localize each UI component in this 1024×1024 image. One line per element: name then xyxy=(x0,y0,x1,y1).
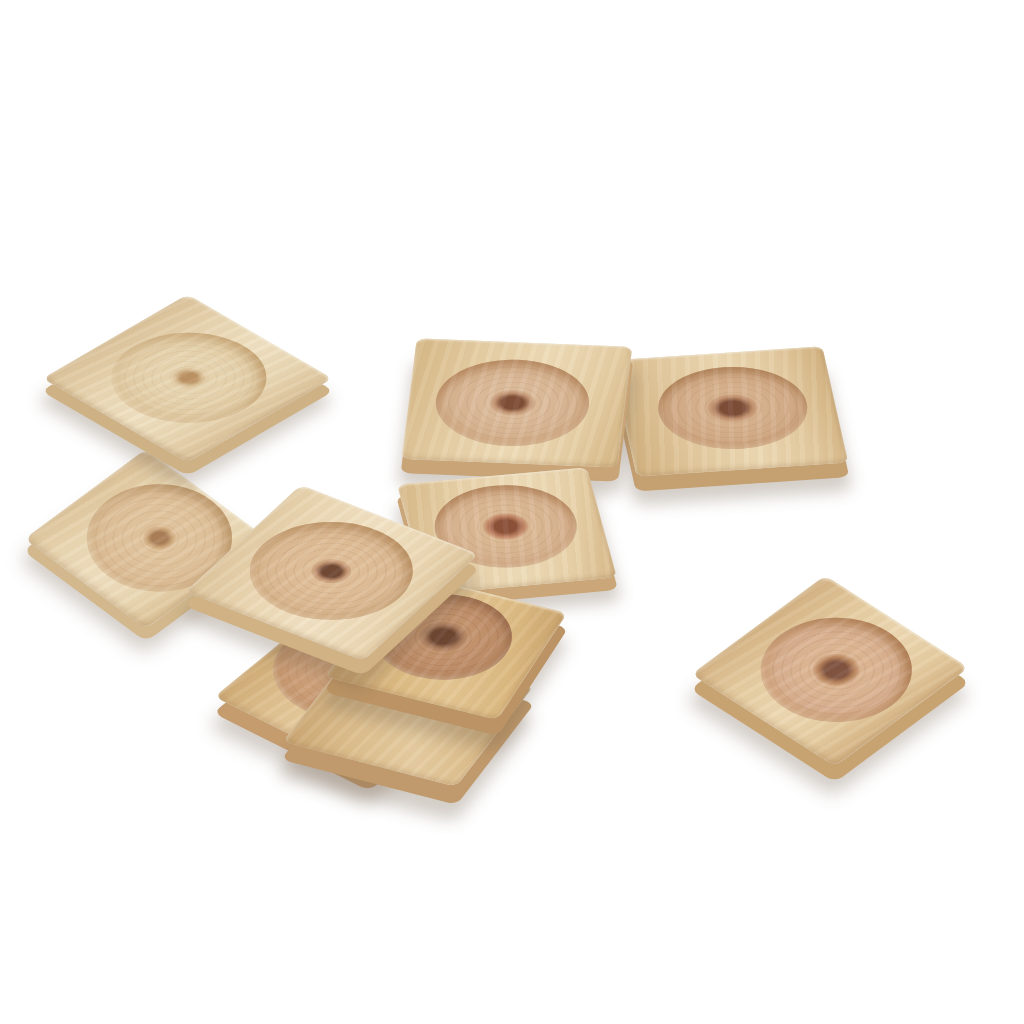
wooden-tray-top-left-recess xyxy=(78,313,298,441)
wooden-tray-top-middle-center-hole xyxy=(488,389,538,417)
wooden-tray-mid-left-center-hole xyxy=(136,521,183,556)
wooden-tray-center-back-center-hole xyxy=(479,511,532,542)
wooden-tray-right-recess xyxy=(730,596,943,743)
wooden-tray-center-top-center-hole xyxy=(303,554,359,588)
wooden-tray-top-middle xyxy=(402,338,633,467)
wooden-tray-top-right-center-hole xyxy=(704,392,761,423)
wooden-tray-right xyxy=(691,575,968,766)
photo-stage xyxy=(0,0,1024,1024)
wooden-tray-center-front-dark-center-hole xyxy=(411,617,475,657)
wooden-tray-right-center-hole xyxy=(804,647,870,693)
wooden-tray-top-right-recess xyxy=(649,362,815,453)
wooden-tray-top-left-center-hole xyxy=(164,363,213,391)
wooden-tray-top-left xyxy=(42,294,332,462)
wooden-tray-top-right xyxy=(610,346,847,477)
wooden-tray-top-middle-recess xyxy=(431,357,595,449)
